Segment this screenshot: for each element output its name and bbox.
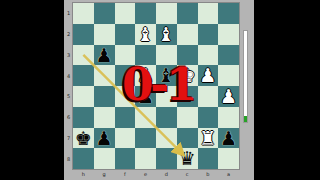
square-a3[interactable] [218, 45, 239, 66]
square-g3[interactable]: ♟ [94, 45, 115, 66]
piece-black-king-h7[interactable]: ♚ [73, 128, 94, 149]
square-f6[interactable] [115, 107, 136, 128]
square-b6[interactable] [198, 107, 219, 128]
piece-white-pawn-b4[interactable]: ♟ [198, 65, 219, 86]
rank-label-3: 3 [64, 45, 73, 66]
right-black-bar [254, 0, 318, 180]
square-b7[interactable]: ♜ [198, 128, 219, 149]
square-g7[interactable]: ♟ [94, 128, 115, 149]
square-a1[interactable] [218, 3, 239, 24]
file-label-a: a [218, 169, 239, 178]
file-label-f: f [115, 169, 136, 178]
chess-app-window: 12345678 ♝♝♟♟♝♚♟♟♟♚♟♜♟♛ hgfedcba 0-1 [64, 0, 254, 180]
rank-label-4: 4 [64, 65, 73, 86]
square-f4[interactable] [115, 65, 136, 86]
rank-label-8: 8 [64, 148, 73, 169]
file-label-d: d [156, 169, 177, 178]
eval-scrollbar[interactable] [243, 30, 248, 123]
square-e8[interactable] [135, 148, 156, 169]
piece-white-pawn-e4[interactable]: ♟ [135, 65, 156, 86]
square-h3[interactable] [73, 45, 94, 66]
square-d3[interactable] [156, 45, 177, 66]
eval-tick [244, 116, 247, 122]
piece-black-pawn-a7[interactable]: ♟ [218, 128, 239, 149]
square-a5[interactable]: ♟ [218, 86, 239, 107]
file-label-g: g [94, 169, 115, 178]
square-e7[interactable] [135, 128, 156, 149]
rank-label-1: 1 [64, 3, 73, 24]
square-a6[interactable] [218, 107, 239, 128]
square-e3[interactable] [135, 45, 156, 66]
left-black-bar [0, 0, 64, 180]
file-label-b: b [198, 169, 219, 178]
piece-white-rook-b7[interactable]: ♜ [198, 128, 219, 149]
square-c4[interactable]: ♚ [177, 65, 198, 86]
piece-black-pawn-g7[interactable]: ♟ [94, 128, 115, 149]
square-g5[interactable] [94, 86, 115, 107]
square-d2[interactable]: ♝ [156, 24, 177, 45]
square-c8[interactable]: ♛ [177, 148, 198, 169]
square-b1[interactable] [198, 3, 219, 24]
square-c6[interactable] [177, 107, 198, 128]
square-f5[interactable] [115, 86, 136, 107]
piece-white-king-c4[interactable]: ♚ [177, 65, 198, 86]
square-e5[interactable]: ♟ [135, 86, 156, 107]
square-g8[interactable] [94, 148, 115, 169]
square-f1[interactable] [115, 3, 136, 24]
square-d1[interactable] [156, 3, 177, 24]
square-h6[interactable] [73, 107, 94, 128]
square-h2[interactable] [73, 24, 94, 45]
square-d7[interactable] [156, 128, 177, 149]
piece-black-pawn-g3[interactable]: ♟ [94, 45, 115, 66]
rank-label-6: 6 [64, 107, 73, 128]
file-labels: hgfedcba [73, 169, 239, 178]
square-f2[interactable] [115, 24, 136, 45]
piece-white-bishop-e2[interactable]: ♝ [135, 24, 156, 45]
square-a7[interactable]: ♟ [218, 128, 239, 149]
rank-label-7: 7 [64, 128, 73, 149]
square-h8[interactable] [73, 148, 94, 169]
chess-board[interactable]: ♝♝♟♟♝♚♟♟♟♚♟♜♟♛ [73, 3, 239, 169]
square-b2[interactable] [198, 24, 219, 45]
rank-label-2: 2 [64, 24, 73, 45]
piece-black-bishop-d4[interactable]: ♝ [156, 65, 177, 86]
square-f8[interactable] [115, 148, 136, 169]
square-h7[interactable]: ♚ [73, 128, 94, 149]
square-e4[interactable]: ♟ [135, 65, 156, 86]
piece-black-queen-c8[interactable]: ♛ [177, 148, 198, 169]
square-a8[interactable] [218, 148, 239, 169]
square-e2[interactable]: ♝ [135, 24, 156, 45]
square-e1[interactable] [135, 3, 156, 24]
square-d5[interactable] [156, 86, 177, 107]
rank-label-5: 5 [64, 86, 73, 107]
square-c3[interactable] [177, 45, 198, 66]
piece-white-pawn-a5[interactable]: ♟ [218, 86, 239, 107]
file-label-h: h [73, 169, 94, 178]
square-g2[interactable] [94, 24, 115, 45]
square-c1[interactable] [177, 3, 198, 24]
square-g4[interactable] [94, 65, 115, 86]
square-g1[interactable] [94, 3, 115, 24]
square-b4[interactable]: ♟ [198, 65, 219, 86]
square-h5[interactable] [73, 86, 94, 107]
square-c7[interactable] [177, 128, 198, 149]
square-g6[interactable] [94, 107, 115, 128]
square-f3[interactable] [115, 45, 136, 66]
square-d8[interactable] [156, 148, 177, 169]
piece-black-pawn-e5[interactable]: ♟ [135, 86, 156, 107]
square-b8[interactable] [198, 148, 219, 169]
square-d6[interactable] [156, 107, 177, 128]
square-b3[interactable] [198, 45, 219, 66]
rank-labels: 12345678 [64, 3, 73, 169]
square-c5[interactable] [177, 86, 198, 107]
square-a2[interactable] [218, 24, 239, 45]
square-h4[interactable] [73, 65, 94, 86]
piece-white-bishop-d2[interactable]: ♝ [156, 24, 177, 45]
square-b5[interactable] [198, 86, 219, 107]
file-label-e: e [135, 169, 156, 178]
file-label-c: c [177, 169, 198, 178]
square-e6[interactable] [135, 107, 156, 128]
square-d4[interactable]: ♝ [156, 65, 177, 86]
square-f7[interactable] [115, 128, 136, 149]
square-a4[interactable] [218, 65, 239, 86]
square-h1[interactable] [73, 3, 94, 24]
square-c2[interactable] [177, 24, 198, 45]
